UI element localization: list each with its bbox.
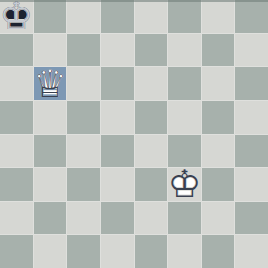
black-king-glyph-outline: ♔ bbox=[0, 0, 33, 33]
square-h6[interactable] bbox=[235, 67, 268, 100]
square-c3[interactable] bbox=[67, 168, 100, 201]
square-f6[interactable] bbox=[168, 67, 201, 100]
square-a1[interactable] bbox=[0, 235, 33, 268]
square-g6[interactable] bbox=[202, 67, 235, 100]
square-e7[interactable] bbox=[135, 34, 168, 67]
piece-white-queen-b6[interactable]: ♛♕ bbox=[34, 67, 67, 100]
square-c7[interactable] bbox=[67, 34, 100, 67]
square-a7[interactable] bbox=[0, 34, 33, 67]
piece-white-king-f3[interactable]: ♚♔ bbox=[168, 168, 201, 201]
square-b8[interactable] bbox=[34, 0, 67, 33]
square-e5[interactable] bbox=[135, 101, 168, 134]
square-h7[interactable] bbox=[235, 34, 268, 67]
square-d6[interactable] bbox=[101, 67, 134, 100]
square-b5[interactable] bbox=[34, 101, 67, 134]
square-c8[interactable] bbox=[67, 0, 100, 33]
square-f7[interactable] bbox=[168, 34, 201, 67]
white-queen-glyph-outline: ♕ bbox=[34, 67, 67, 100]
square-a6[interactable] bbox=[0, 67, 33, 100]
square-c6[interactable] bbox=[67, 67, 100, 100]
chess-board: ♚♔♛♕♚♔ bbox=[0, 0, 268, 268]
square-c2[interactable] bbox=[67, 202, 100, 235]
square-e3[interactable] bbox=[135, 168, 168, 201]
square-b1[interactable] bbox=[34, 235, 67, 268]
square-b4[interactable] bbox=[34, 135, 67, 168]
square-g7[interactable] bbox=[202, 34, 235, 67]
square-f2[interactable] bbox=[168, 202, 201, 235]
square-e2[interactable] bbox=[135, 202, 168, 235]
square-f3[interactable]: ♚♔ bbox=[168, 168, 201, 201]
square-f5[interactable] bbox=[168, 101, 201, 134]
square-h2[interactable] bbox=[235, 202, 268, 235]
square-a2[interactable] bbox=[0, 202, 33, 235]
chess-board-container: ♚♔♛♕♚♔ bbox=[0, 0, 268, 268]
square-c5[interactable] bbox=[67, 101, 100, 134]
square-f1[interactable] bbox=[168, 235, 201, 268]
square-g1[interactable] bbox=[202, 235, 235, 268]
square-b3[interactable] bbox=[34, 168, 67, 201]
square-d5[interactable] bbox=[101, 101, 134, 134]
square-e6[interactable] bbox=[135, 67, 168, 100]
square-d8[interactable] bbox=[101, 0, 134, 33]
square-e8[interactable] bbox=[135, 0, 168, 33]
square-d1[interactable] bbox=[101, 235, 134, 268]
square-g2[interactable] bbox=[202, 202, 235, 235]
square-a8[interactable]: ♚♔ bbox=[0, 0, 33, 33]
square-g8[interactable] bbox=[202, 0, 235, 33]
square-h4[interactable] bbox=[235, 135, 268, 168]
square-a3[interactable] bbox=[0, 168, 33, 201]
square-d3[interactable] bbox=[101, 168, 134, 201]
square-g5[interactable] bbox=[202, 101, 235, 134]
square-d7[interactable] bbox=[101, 34, 134, 67]
square-d4[interactable] bbox=[101, 135, 134, 168]
square-g4[interactable] bbox=[202, 135, 235, 168]
square-e4[interactable] bbox=[135, 135, 168, 168]
square-b6[interactable]: ♛♕ bbox=[34, 67, 67, 100]
square-a5[interactable] bbox=[0, 101, 33, 134]
square-f8[interactable] bbox=[168, 0, 201, 33]
white-king-glyph-outline: ♔ bbox=[168, 168, 201, 201]
square-g3[interactable] bbox=[202, 168, 235, 201]
square-h5[interactable] bbox=[235, 101, 268, 134]
square-e1[interactable] bbox=[135, 235, 168, 268]
square-h1[interactable] bbox=[235, 235, 268, 268]
square-h3[interactable] bbox=[235, 168, 268, 201]
square-a4[interactable] bbox=[0, 135, 33, 168]
piece-black-king-a8[interactable]: ♚♔ bbox=[0, 0, 33, 33]
square-h8[interactable] bbox=[235, 0, 268, 33]
square-c1[interactable] bbox=[67, 235, 100, 268]
square-d2[interactable] bbox=[101, 202, 134, 235]
square-c4[interactable] bbox=[67, 135, 100, 168]
square-b2[interactable] bbox=[34, 202, 67, 235]
